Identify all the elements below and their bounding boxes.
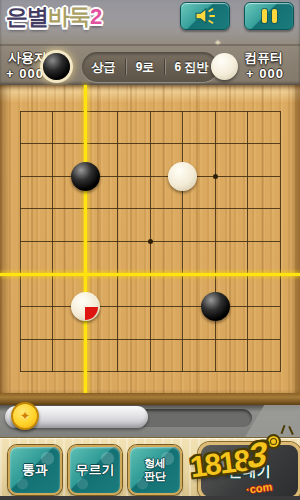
app-title-part1: 은별 [6,2,48,32]
estimate-button-label-line2: 판단 [144,470,166,483]
computer-name-label: 컴퓨터 [244,49,283,67]
star-point [148,239,153,244]
user-name-label: 사용자 [8,49,47,67]
bet-button-label: 돈내기 [229,463,271,479]
pause-icon [262,9,277,23]
white-stone [168,162,197,191]
grid-line-v [280,111,281,372]
star-point [213,174,218,179]
grid-line-v [182,111,183,372]
user-black-stone-turn-indicator [43,53,70,80]
match-info-pill: 상급 9로 6 집반 [82,52,218,82]
app-screen: 은별바둑2 ✦ ✦ 사용자 + 000 상급 9로 6 집반 컴퓨터 + 000 [0,0,300,500]
computer-white-stone [211,53,238,80]
undo-button[interactable]: 무르기 [68,445,122,495]
go-board[interactable] [0,85,300,405]
grid-line-v [215,111,216,372]
board-wood[interactable] [0,85,300,395]
komi-label: 6 집반 [174,59,208,76]
white-stone [71,292,100,321]
black-stone [71,162,100,191]
board-size-label: 9로 [136,59,155,76]
undo-button-label: 무르기 [76,463,115,478]
action-bar: 통과 무르기 형세 판단 돈내기 [0,437,300,497]
pause-button[interactable] [244,2,294,30]
computer-score: + 000 [246,66,284,81]
grid-line-v [247,111,248,372]
pass-button-label: 통과 [22,463,48,478]
header-bar: 은별바둑2 ✦ ✦ 사용자 + 000 상급 9로 6 집반 컴퓨터 + 000 [0,0,300,85]
cursor-line-horizontal [0,273,300,276]
estimate-button[interactable]: 형세 판단 [128,445,182,495]
last-move-marker [85,307,98,320]
board-bottom-trim [0,393,300,405]
sound-button[interactable] [180,2,230,30]
estimate-button-label-line1: 형세 [144,457,166,470]
black-stone [201,292,230,321]
grid-line-h [20,339,280,340]
user-score: + 000 [6,66,44,81]
pass-button[interactable]: 통과 [8,445,62,495]
grid-line-h [20,371,280,372]
cursor-line-vertical [84,85,87,399]
shelf-step [245,405,300,437]
grid-line-h [20,306,280,307]
speaker-icon [194,7,216,25]
sparkle-icon: ✦ [86,4,94,14]
bet-button[interactable]: 돈내기 [198,442,300,500]
bottom-strip [0,496,300,500]
coin-icon: ✦ [11,402,39,430]
sparkle-icon: ✦ [214,38,222,48]
divider [164,59,165,75]
app-title-part2: 바둑 [48,2,90,32]
level-label: 상급 [92,59,116,76]
divider [125,59,126,75]
